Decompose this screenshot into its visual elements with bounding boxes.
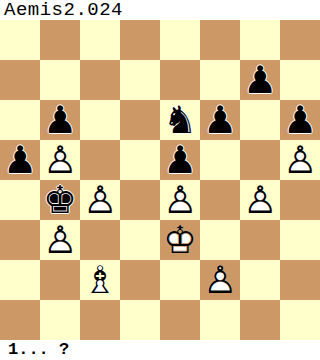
square-b1[interactable] xyxy=(40,300,80,340)
square-c1[interactable] xyxy=(80,300,120,340)
square-a5[interactable]: ♟ xyxy=(0,140,40,180)
piece-black-pawn[interactable]: ♟ xyxy=(280,100,320,140)
square-f5[interactable] xyxy=(200,140,240,180)
square-d7[interactable] xyxy=(120,60,160,100)
piece-black-pawn[interactable]: ♟ xyxy=(40,100,80,140)
piece-white-king[interactable]: ♚♔ xyxy=(160,220,200,260)
square-c4[interactable]: ♟♙ xyxy=(80,180,120,220)
square-b3[interactable]: ♟♙ xyxy=(40,220,80,260)
square-a4[interactable] xyxy=(0,180,40,220)
piece-black-pawn[interactable]: ♟ xyxy=(200,100,240,140)
square-c5[interactable] xyxy=(80,140,120,180)
square-c6[interactable] xyxy=(80,100,120,140)
square-d8[interactable] xyxy=(120,20,160,60)
square-d6[interactable] xyxy=(120,100,160,140)
square-a6[interactable] xyxy=(0,100,40,140)
piece-glyph: ♟ xyxy=(0,140,40,180)
square-g8[interactable] xyxy=(240,20,280,60)
piece-white-pawn[interactable]: ♟♙ xyxy=(80,180,120,220)
square-d1[interactable] xyxy=(120,300,160,340)
square-h6[interactable]: ♟ xyxy=(280,100,320,140)
piece-white-pawn[interactable]: ♟♙ xyxy=(280,140,320,180)
square-g1[interactable] xyxy=(240,300,280,340)
piece-white-pawn[interactable]: ♟♙ xyxy=(200,260,240,300)
square-f3[interactable] xyxy=(200,220,240,260)
piece-outline: ♙ xyxy=(80,180,120,220)
square-b8[interactable] xyxy=(40,20,80,60)
square-g3[interactable] xyxy=(240,220,280,260)
piece-outline: ♗ xyxy=(80,260,120,300)
square-g4[interactable]: ♟♙ xyxy=(240,180,280,220)
piece-outline: ♔ xyxy=(160,220,200,260)
square-e3[interactable]: ♚♔ xyxy=(160,220,200,260)
square-c3[interactable] xyxy=(80,220,120,260)
square-c8[interactable] xyxy=(80,20,120,60)
square-e4[interactable]: ♟♙ xyxy=(160,180,200,220)
piece-glyph: ♟ xyxy=(280,100,320,140)
square-d2[interactable] xyxy=(120,260,160,300)
piece-glyph: ♟ xyxy=(200,100,240,140)
square-b5[interactable]: ♟♙ xyxy=(40,140,80,180)
piece-glyph: ♟ xyxy=(240,60,280,100)
piece-glyph: ♚ xyxy=(40,180,80,220)
piece-outline: ♙ xyxy=(280,140,320,180)
piece-black-pawn[interactable]: ♟ xyxy=(0,140,40,180)
square-e5[interactable]: ♟ xyxy=(160,140,200,180)
square-f8[interactable] xyxy=(200,20,240,60)
square-e8[interactable] xyxy=(160,20,200,60)
square-c2[interactable]: ♝♗ xyxy=(80,260,120,300)
square-g5[interactable] xyxy=(240,140,280,180)
square-h4[interactable] xyxy=(280,180,320,220)
square-b4[interactable]: ♚ xyxy=(40,180,80,220)
square-g6[interactable] xyxy=(240,100,280,140)
piece-black-knight[interactable]: ♞ xyxy=(160,100,200,140)
square-h3[interactable] xyxy=(280,220,320,260)
square-g7[interactable]: ♟ xyxy=(240,60,280,100)
piece-white-pawn[interactable]: ♟♙ xyxy=(40,140,80,180)
square-e1[interactable] xyxy=(160,300,200,340)
square-h7[interactable] xyxy=(280,60,320,100)
move-prompt: 1... ? xyxy=(0,340,320,360)
piece-glyph: ♞ xyxy=(160,100,200,140)
square-e2[interactable] xyxy=(160,260,200,300)
square-b7[interactable] xyxy=(40,60,80,100)
square-h2[interactable] xyxy=(280,260,320,300)
piece-black-pawn[interactable]: ♟ xyxy=(240,60,280,100)
square-a1[interactable] xyxy=(0,300,40,340)
square-b2[interactable] xyxy=(40,260,80,300)
square-f2[interactable]: ♟♙ xyxy=(200,260,240,300)
piece-white-pawn[interactable]: ♟♙ xyxy=(40,220,80,260)
piece-outline: ♙ xyxy=(240,180,280,220)
square-f1[interactable] xyxy=(200,300,240,340)
square-e6[interactable]: ♞ xyxy=(160,100,200,140)
piece-glyph: ♟ xyxy=(40,100,80,140)
piece-outline: ♙ xyxy=(40,140,80,180)
square-a3[interactable] xyxy=(0,220,40,260)
piece-outline: ♙ xyxy=(160,180,200,220)
square-h5[interactable]: ♟♙ xyxy=(280,140,320,180)
square-f7[interactable] xyxy=(200,60,240,100)
square-c7[interactable] xyxy=(80,60,120,100)
square-a8[interactable] xyxy=(0,20,40,60)
square-h1[interactable] xyxy=(280,300,320,340)
square-d3[interactable] xyxy=(120,220,160,260)
piece-white-bishop[interactable]: ♝♗ xyxy=(80,260,120,300)
square-e7[interactable] xyxy=(160,60,200,100)
square-f6[interactable]: ♟ xyxy=(200,100,240,140)
piece-white-pawn[interactable]: ♟♙ xyxy=(240,180,280,220)
square-a7[interactable] xyxy=(0,60,40,100)
piece-outline: ♙ xyxy=(40,220,80,260)
square-h8[interactable] xyxy=(280,20,320,60)
piece-black-king[interactable]: ♚ xyxy=(40,180,80,220)
square-d4[interactable] xyxy=(120,180,160,220)
square-f4[interactable] xyxy=(200,180,240,220)
square-g2[interactable] xyxy=(240,260,280,300)
chess-board: ♟♟♞♟♟♟♟♙♟♟♙♚♟♙♟♙♟♙♟♙♚♔♝♗♟♙ xyxy=(0,20,320,340)
piece-glyph: ♟ xyxy=(160,140,200,180)
square-a2[interactable] xyxy=(0,260,40,300)
piece-outline: ♙ xyxy=(200,260,240,300)
diagram-title: Aemis2.024 xyxy=(0,0,320,20)
square-b6[interactable]: ♟ xyxy=(40,100,80,140)
piece-white-pawn[interactable]: ♟♙ xyxy=(160,180,200,220)
piece-black-pawn[interactable]: ♟ xyxy=(160,140,200,180)
square-d5[interactable] xyxy=(120,140,160,180)
